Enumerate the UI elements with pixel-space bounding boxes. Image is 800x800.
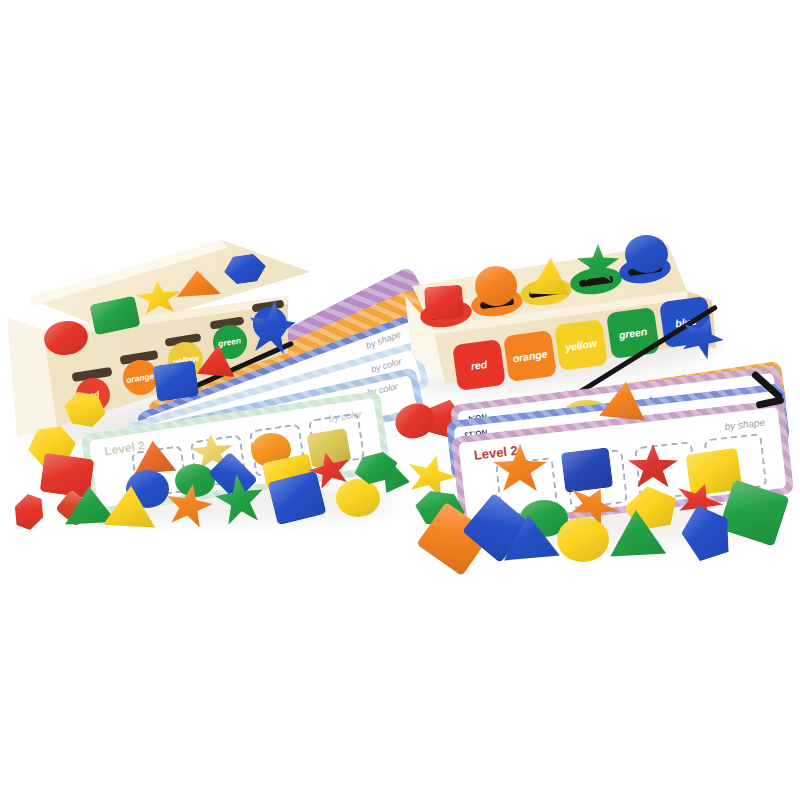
card-title: Level 2 — [473, 443, 519, 463]
yellow-circle-piece — [557, 517, 609, 562]
blue-circle-piece — [625, 235, 668, 273]
color-circle-orange: orange — [123, 360, 158, 395]
color-patch-green: green — [606, 307, 660, 359]
yellow-circle-piece — [336, 479, 380, 517]
color-label: orange — [512, 348, 548, 365]
red-square-piece — [424, 285, 464, 321]
product-photo: by shape by color by color Level 2 by co… — [0, 0, 800, 800]
printed-square-piece — [561, 447, 614, 493]
color-patch-yellow: yellow — [554, 319, 608, 371]
color-label: orange — [126, 370, 156, 384]
color-label: red — [470, 358, 488, 372]
color-label: green — [618, 325, 648, 341]
color-label: yellow — [564, 337, 597, 353]
card-corner-label: by shape — [724, 417, 766, 433]
green-circle-piece — [175, 464, 215, 497]
blue-square-piece — [153, 360, 200, 401]
color-patch-red: red — [452, 339, 506, 391]
orange-circle-piece — [475, 266, 517, 306]
red-hexagon-piece — [9, 490, 50, 534]
color-label: green — [218, 335, 242, 348]
color-patch-orange: orange — [503, 330, 557, 382]
